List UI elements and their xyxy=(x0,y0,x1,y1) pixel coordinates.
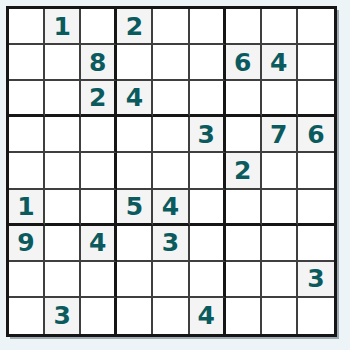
cell-r3c8[interactable] xyxy=(262,81,298,117)
cell-r9c8[interactable] xyxy=(262,298,298,334)
cell-r7c5[interactable]: 3 xyxy=(153,226,189,262)
cell-r2c5[interactable] xyxy=(153,45,189,81)
cell-r1c4[interactable]: 2 xyxy=(117,9,153,45)
cell-r1c9[interactable] xyxy=(298,9,334,45)
cell-r5c6[interactable] xyxy=(190,153,226,189)
cell-r2c8[interactable]: 4 xyxy=(262,45,298,81)
cell-r4c2[interactable] xyxy=(45,117,81,153)
cell-r9c1[interactable] xyxy=(9,298,45,334)
cell-r1c1[interactable] xyxy=(9,9,45,45)
cell-r2c4[interactable] xyxy=(117,45,153,81)
cell-r9c9[interactable] xyxy=(298,298,334,334)
cell-r2c3[interactable]: 8 xyxy=(81,45,117,81)
cell-r5c1[interactable] xyxy=(9,153,45,189)
cell-r6c3[interactable] xyxy=(81,190,117,226)
cell-r2c9[interactable] xyxy=(298,45,334,81)
cell-r3c4[interactable]: 4 xyxy=(117,81,153,117)
cell-r3c5[interactable] xyxy=(153,81,189,117)
cell-r6c8[interactable] xyxy=(262,190,298,226)
cell-r8c6[interactable] xyxy=(190,262,226,298)
cell-r2c7[interactable]: 6 xyxy=(226,45,262,81)
cell-r8c7[interactable] xyxy=(226,262,262,298)
cell-r6c2[interactable] xyxy=(45,190,81,226)
cell-r2c1[interactable] xyxy=(9,45,45,81)
cell-r1c2[interactable]: 1 xyxy=(45,9,81,45)
cell-r6c7[interactable] xyxy=(226,190,262,226)
cell-r6c4[interactable]: 5 xyxy=(117,190,153,226)
cell-r1c3[interactable] xyxy=(81,9,117,45)
cell-r4c8[interactable]: 7 xyxy=(262,117,298,153)
cell-r1c8[interactable] xyxy=(262,9,298,45)
cell-r4c5[interactable] xyxy=(153,117,189,153)
cell-r6c5[interactable]: 4 xyxy=(153,190,189,226)
cell-r4c9[interactable]: 6 xyxy=(298,117,334,153)
cell-r1c6[interactable] xyxy=(190,9,226,45)
cell-r8c2[interactable] xyxy=(45,262,81,298)
cell-r9c6[interactable]: 4 xyxy=(190,298,226,334)
cell-r5c9[interactable] xyxy=(298,153,334,189)
cell-r7c8[interactable] xyxy=(262,226,298,262)
cell-r3c7[interactable] xyxy=(226,81,262,117)
cell-r6c6[interactable] xyxy=(190,190,226,226)
cell-r7c4[interactable] xyxy=(117,226,153,262)
cell-r2c2[interactable] xyxy=(45,45,81,81)
cell-r7c7[interactable] xyxy=(226,226,262,262)
cell-r9c4[interactable] xyxy=(117,298,153,334)
cell-r9c7[interactable] xyxy=(226,298,262,334)
cell-r7c1[interactable]: 9 xyxy=(9,226,45,262)
cell-r2c6[interactable] xyxy=(190,45,226,81)
cell-r8c4[interactable] xyxy=(117,262,153,298)
cell-r3c1[interactable] xyxy=(9,81,45,117)
cell-r8c8[interactable] xyxy=(262,262,298,298)
cell-r9c3[interactable] xyxy=(81,298,117,334)
cell-r3c9[interactable] xyxy=(298,81,334,117)
cell-r7c9[interactable] xyxy=(298,226,334,262)
cell-r9c5[interactable] xyxy=(153,298,189,334)
cell-r7c3[interactable]: 4 xyxy=(81,226,117,262)
cell-r1c5[interactable] xyxy=(153,9,189,45)
cell-r4c1[interactable] xyxy=(9,117,45,153)
cell-r5c4[interactable] xyxy=(117,153,153,189)
cell-r1c7[interactable] xyxy=(226,9,262,45)
cell-r8c3[interactable] xyxy=(81,262,117,298)
cell-r8c9[interactable]: 3 xyxy=(298,262,334,298)
cell-r6c9[interactable] xyxy=(298,190,334,226)
cell-r5c5[interactable] xyxy=(153,153,189,189)
cell-r5c7[interactable]: 2 xyxy=(226,153,262,189)
cell-r8c5[interactable] xyxy=(153,262,189,298)
sudoku-board: 12864243762154943334 xyxy=(6,6,337,337)
cell-r5c2[interactable] xyxy=(45,153,81,189)
cell-r7c6[interactable] xyxy=(190,226,226,262)
cell-r5c3[interactable] xyxy=(81,153,117,189)
cell-r4c7[interactable] xyxy=(226,117,262,153)
cell-r7c2[interactable] xyxy=(45,226,81,262)
cell-r3c3[interactable]: 2 xyxy=(81,81,117,117)
cell-r9c2[interactable]: 3 xyxy=(45,298,81,334)
cell-r4c3[interactable] xyxy=(81,117,117,153)
cell-r3c6[interactable] xyxy=(190,81,226,117)
cell-r6c1[interactable]: 1 xyxy=(9,190,45,226)
cell-r8c1[interactable] xyxy=(9,262,45,298)
cell-r5c8[interactable] xyxy=(262,153,298,189)
cell-r3c2[interactable] xyxy=(45,81,81,117)
cell-r4c4[interactable] xyxy=(117,117,153,153)
cell-r4c6[interactable]: 3 xyxy=(190,117,226,153)
